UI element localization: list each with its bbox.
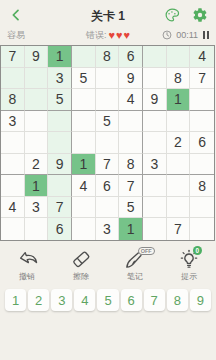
cell-r3c9[interactable] — [190, 89, 214, 111]
cell-r5c1[interactable] — [1, 132, 25, 154]
numkey-8[interactable]: 8 — [167, 289, 188, 311]
pause-button[interactable] — [202, 30, 210, 40]
cell-r7c7[interactable] — [143, 175, 167, 197]
mistake-hearts: ♥♥♥ — [108, 31, 130, 40]
hint-label: 提示 — [181, 271, 197, 282]
cell-r6c4[interactable]: 1 — [72, 154, 96, 176]
cell-r1c5[interactable]: 8 — [96, 46, 120, 68]
cell-r5c6[interactable] — [119, 132, 143, 154]
settings-gear-button[interactable] — [192, 7, 208, 23]
heart-icon: ♥ — [108, 31, 115, 40]
erase-label: 擦除 — [73, 271, 89, 282]
cell-r4c1[interactable]: 3 — [1, 111, 25, 133]
cell-r1c4[interactable] — [72, 46, 96, 68]
cell-r3c5[interactable] — [96, 89, 120, 111]
cell-r1c9[interactable]: 4 — [190, 46, 214, 68]
cell-r9c9[interactable] — [190, 218, 214, 240]
cell-r7c1[interactable] — [1, 175, 25, 197]
cell-r2c6[interactable]: 9 — [119, 68, 143, 90]
cell-r3c7[interactable]: 9 — [143, 89, 167, 111]
toolbar: 撤销 擦除 OFF 笔记 0 — [0, 249, 216, 282]
cell-r2c1[interactable] — [1, 68, 25, 90]
clock-icon — [162, 30, 172, 40]
hint-count-badge: 0 — [193, 246, 202, 255]
cell-r1c7[interactable] — [143, 46, 167, 68]
cell-r7c6[interactable]: 7 — [119, 175, 143, 197]
cell-r5c5[interactable] — [96, 132, 120, 154]
cell-r3c3[interactable]: 5 — [48, 89, 72, 111]
cell-r8c2[interactable]: 3 — [25, 197, 49, 219]
sudoku-board[interactable]: 791864359878549135262917831467843756317 — [0, 45, 215, 241]
cell-r1c1[interactable]: 7 — [1, 46, 25, 68]
cell-r3c1[interactable]: 8 — [1, 89, 25, 111]
cell-r7c9[interactable]: 8 — [190, 175, 214, 197]
undo-icon — [15, 249, 39, 269]
cell-r2c4[interactable]: 5 — [72, 68, 96, 90]
cell-r3c6[interactable]: 4 — [119, 89, 143, 111]
cell-r4c6[interactable] — [119, 111, 143, 133]
numkey-4[interactable]: 4 — [74, 289, 95, 311]
cell-r5c3[interactable] — [48, 132, 72, 154]
cell-r9c2[interactable] — [25, 218, 49, 240]
cell-r4c2[interactable] — [25, 111, 49, 133]
theme-palette-button[interactable] — [164, 7, 180, 23]
numpad: 123456789 — [5, 289, 211, 311]
cell-r9c6[interactable]: 1 — [119, 218, 143, 240]
cell-r6c8[interactable] — [167, 154, 191, 176]
cell-r9c4[interactable] — [72, 218, 96, 240]
top-bar: 关卡 1 — [0, 0, 216, 26]
cell-r8c4[interactable] — [72, 197, 96, 219]
difficulty-label: 容易 — [7, 29, 25, 42]
cell-r8c7[interactable] — [143, 197, 167, 219]
cell-r8c3[interactable]: 7 — [48, 197, 72, 219]
cell-r3c4[interactable] — [72, 89, 96, 111]
cell-r1c2[interactable]: 9 — [25, 46, 49, 68]
numkey-7[interactable]: 7 — [144, 289, 165, 311]
cell-r2c7[interactable] — [143, 68, 167, 90]
cell-r8c5[interactable] — [96, 197, 120, 219]
cell-r1c3[interactable]: 1 — [48, 46, 72, 68]
erase-button[interactable]: 擦除 — [54, 249, 108, 282]
cell-r6c7[interactable]: 3 — [143, 154, 167, 176]
cell-r4c7[interactable] — [143, 111, 167, 133]
notes-label: 笔记 — [127, 271, 143, 282]
notes-off-badge: OFF — [138, 247, 155, 255]
cell-r4c5[interactable]: 5 — [96, 111, 120, 133]
mistakes-indicator: 错误: ♥♥♥ — [86, 29, 130, 42]
cell-r9c8[interactable]: 7 — [167, 218, 191, 240]
cell-r6c1[interactable] — [1, 154, 25, 176]
cell-r5c2[interactable] — [25, 132, 49, 154]
cell-r6c6[interactable]: 8 — [119, 154, 143, 176]
timer-value: 00:11 — [176, 30, 198, 40]
cell-r6c5[interactable]: 7 — [96, 154, 120, 176]
cell-r7c5[interactable]: 6 — [96, 175, 120, 197]
cell-r5c7[interactable] — [143, 132, 167, 154]
undo-label: 撤销 — [19, 271, 35, 282]
cell-r9c5[interactable]: 3 — [96, 218, 120, 240]
info-bar: 容易 错误: ♥♥♥ 00:11 — [0, 28, 216, 42]
cell-r3c2[interactable] — [25, 89, 49, 111]
sudoku-app: 关卡 1 容易 错误: ♥♥♥ 00:11 — [0, 0, 216, 360]
cell-r1c8[interactable] — [167, 46, 191, 68]
eraser-icon — [69, 249, 93, 269]
numkey-6[interactable]: 6 — [121, 289, 142, 311]
cell-r3c8[interactable]: 1 — [167, 89, 191, 111]
heart-icon: ♥ — [124, 31, 131, 40]
numkey-2[interactable]: 2 — [28, 289, 49, 311]
cell-r7c2[interactable]: 1 — [25, 175, 49, 197]
cell-r8c9[interactable] — [190, 197, 214, 219]
cell-r9c3[interactable]: 6 — [48, 218, 72, 240]
mistakes-label: 错误: — [86, 29, 107, 42]
cell-r7c3[interactable] — [48, 175, 72, 197]
cell-r7c8[interactable] — [167, 175, 191, 197]
cell-r5c4[interactable] — [72, 132, 96, 154]
numkey-9[interactable]: 9 — [190, 289, 211, 311]
notes-button[interactable]: OFF 笔记 — [108, 249, 162, 282]
numkey-1[interactable]: 1 — [5, 289, 26, 311]
cell-r2c5[interactable] — [96, 68, 120, 90]
cell-r5c8[interactable]: 2 — [167, 132, 191, 154]
cell-r2c2[interactable] — [25, 68, 49, 90]
cell-r4c4[interactable] — [72, 111, 96, 133]
cell-r9c7[interactable] — [143, 218, 167, 240]
cell-r4c8[interactable] — [167, 111, 191, 133]
cell-r7c4[interactable]: 4 — [72, 175, 96, 197]
cell-r4c9[interactable] — [190, 111, 214, 133]
heart-icon: ♥ — [116, 31, 123, 40]
cell-r6c9[interactable] — [190, 154, 214, 176]
cell-r9c1[interactable] — [1, 218, 25, 240]
cell-r8c1[interactable]: 4 — [1, 197, 25, 219]
numkey-5[interactable]: 5 — [97, 289, 118, 311]
hint-button[interactable]: 0 提示 — [162, 249, 216, 282]
numkey-3[interactable]: 3 — [51, 289, 72, 311]
cell-r8c8[interactable] — [167, 197, 191, 219]
cell-r4c3[interactable] — [48, 111, 72, 133]
cell-r6c2[interactable]: 2 — [25, 154, 49, 176]
back-icon[interactable] — [8, 7, 24, 23]
cell-r6c3[interactable]: 9 — [48, 154, 72, 176]
undo-button[interactable]: 撤销 — [0, 249, 54, 282]
cell-r2c3[interactable]: 3 — [48, 68, 72, 90]
cell-r2c8[interactable]: 8 — [167, 68, 191, 90]
cell-r8c6[interactable]: 5 — [119, 197, 143, 219]
cell-r2c9[interactable]: 7 — [190, 68, 214, 90]
cell-r1c6[interactable]: 6 — [119, 46, 143, 68]
cell-r5c9[interactable]: 6 — [190, 132, 214, 154]
timer: 00:11 — [162, 30, 210, 40]
top-bar-actions — [164, 7, 208, 23]
